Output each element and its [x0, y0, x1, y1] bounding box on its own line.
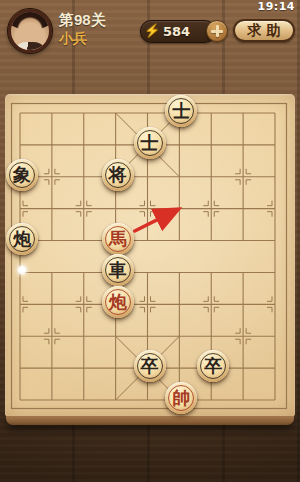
energy-value: 584: [163, 24, 190, 39]
energy-counter: ⚡ 584: [140, 20, 216, 43]
level-block: 第98关 小兵: [59, 10, 106, 47]
piece-red-馬[interactable]: 馬: [102, 223, 134, 255]
help-button[interactable]: 求助: [233, 19, 295, 42]
piece-char: 卒: [204, 357, 222, 375]
piece-char: 炮: [13, 229, 31, 247]
piece-black-卒[interactable]: 卒: [134, 350, 166, 382]
xiangqi-board[interactable]: 士士象将炮馬車炮卒卒帥: [5, 94, 295, 426]
player-rank: 小兵: [59, 29, 106, 47]
piece-black-象[interactable]: 象: [6, 159, 38, 191]
piece-black-士[interactable]: 士: [134, 127, 166, 159]
game-screen: 19:14 第98关 小兵 ⚡ 584 求助 士士象将炮馬車炮卒卒帥: [0, 0, 300, 482]
clock-text: 19:14: [257, 1, 295, 12]
piece-char: 帥: [172, 389, 190, 407]
lightning-icon: ⚡: [144, 23, 160, 39]
top-bar: 第98关 小兵 ⚡ 584 求助: [0, 0, 300, 60]
level-title: 第98关: [59, 10, 106, 29]
piece-char: 士: [141, 133, 159, 151]
piece-black-将[interactable]: 将: [102, 159, 134, 191]
piece-char: 馬: [109, 229, 127, 247]
piece-char: 炮: [109, 293, 127, 311]
piece-char: 卒: [141, 357, 159, 375]
piece-black-車[interactable]: 車: [102, 254, 134, 286]
piece-char: 車: [109, 261, 127, 279]
player-avatar[interactable]: [8, 9, 52, 53]
piece-char: 士: [172, 102, 190, 120]
piece-red-炮[interactable]: 炮: [102, 286, 134, 318]
piece-char: 象: [13, 165, 31, 183]
board-face: 士士象将炮馬車炮卒卒帥: [5, 94, 295, 416]
piece-black-炮[interactable]: 炮: [6, 223, 38, 255]
piece-char: 将: [109, 165, 127, 183]
add-energy-button[interactable]: [206, 20, 228, 42]
